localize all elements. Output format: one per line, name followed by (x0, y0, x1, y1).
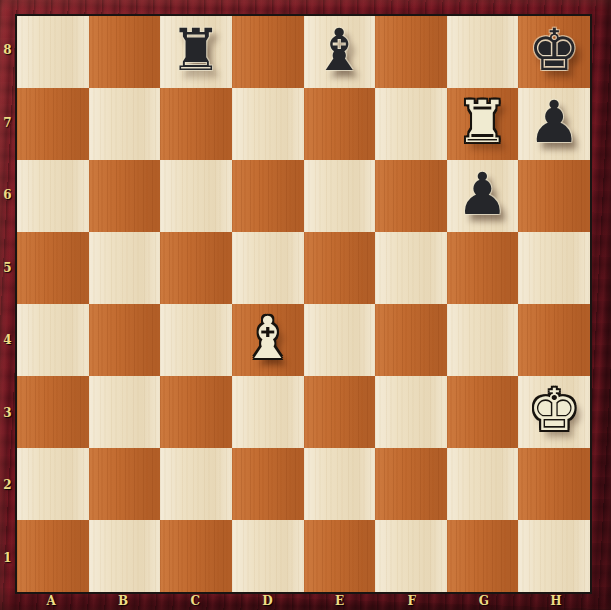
square-f2[interactable] (375, 448, 447, 520)
black-pawn[interactable]: ♟ (457, 165, 509, 223)
black-pawn[interactable]: ♟ (528, 93, 580, 151)
file-label-d: D (231, 592, 303, 610)
square-d8[interactable] (232, 16, 304, 88)
square-a3[interactable] (17, 376, 89, 448)
rank-label-5: 5 (0, 232, 15, 305)
square-a2[interactable] (17, 448, 89, 520)
square-c7[interactable] (160, 88, 232, 160)
black-king[interactable]: ♚ (528, 21, 580, 79)
square-a6[interactable] (17, 160, 89, 232)
rank-label-3: 3 (0, 377, 15, 450)
white-rook[interactable]: ♜ (457, 93, 509, 151)
square-b8[interactable] (89, 16, 161, 88)
rank-label-1: 1 (0, 522, 15, 595)
white-bishop[interactable]: ♝ (242, 309, 294, 367)
square-b1[interactable] (89, 520, 161, 592)
black-rook[interactable]: ♜ (170, 21, 222, 79)
square-d3[interactable] (232, 376, 304, 448)
square-f8[interactable] (375, 16, 447, 88)
square-g1[interactable] (447, 520, 519, 592)
file-label-h: H (520, 592, 592, 610)
square-d7[interactable] (232, 88, 304, 160)
square-g5[interactable] (447, 232, 519, 304)
rank-label-8: 8 (0, 14, 15, 87)
square-d5[interactable] (232, 232, 304, 304)
square-a8[interactable] (17, 16, 89, 88)
rank-label-6: 6 (0, 159, 15, 232)
square-e8[interactable]: ♝ (304, 16, 376, 88)
black-bishop[interactable]: ♝ (313, 21, 365, 79)
square-a5[interactable] (17, 232, 89, 304)
square-b5[interactable] (89, 232, 161, 304)
file-label-c: C (159, 592, 231, 610)
square-b6[interactable] (89, 160, 161, 232)
file-labels: ABCDEFGH (15, 592, 592, 610)
square-c2[interactable] (160, 448, 232, 520)
square-g6[interactable]: ♟ (447, 160, 519, 232)
square-d1[interactable] (232, 520, 304, 592)
square-d6[interactable] (232, 160, 304, 232)
file-label-a: A (15, 592, 87, 610)
square-c6[interactable] (160, 160, 232, 232)
square-f6[interactable] (375, 160, 447, 232)
square-h3[interactable]: ♚ (518, 376, 590, 448)
white-king[interactable]: ♚ (528, 381, 580, 439)
square-h2[interactable] (518, 448, 590, 520)
square-f7[interactable] (375, 88, 447, 160)
square-g3[interactable] (447, 376, 519, 448)
square-g2[interactable] (447, 448, 519, 520)
square-b7[interactable] (89, 88, 161, 160)
rank-label-4: 4 (0, 304, 15, 377)
square-e7[interactable] (304, 88, 376, 160)
rank-labels: 87654321 (0, 14, 15, 594)
square-h5[interactable] (518, 232, 590, 304)
square-e5[interactable] (304, 232, 376, 304)
square-h7[interactable]: ♟ (518, 88, 590, 160)
file-label-e: E (304, 592, 376, 610)
square-g7[interactable]: ♜ (447, 88, 519, 160)
square-e3[interactable] (304, 376, 376, 448)
square-c4[interactable] (160, 304, 232, 376)
square-a4[interactable] (17, 304, 89, 376)
square-f5[interactable] (375, 232, 447, 304)
square-h8[interactable]: ♚ (518, 16, 590, 88)
square-f3[interactable] (375, 376, 447, 448)
square-c1[interactable] (160, 520, 232, 592)
square-a7[interactable] (17, 88, 89, 160)
square-f1[interactable] (375, 520, 447, 592)
square-b4[interactable] (89, 304, 161, 376)
square-d2[interactable] (232, 448, 304, 520)
square-e1[interactable] (304, 520, 376, 592)
square-c3[interactable] (160, 376, 232, 448)
square-h4[interactable] (518, 304, 590, 376)
rank-label-7: 7 (0, 87, 15, 160)
file-label-f: F (376, 592, 448, 610)
square-h6[interactable] (518, 160, 590, 232)
square-g8[interactable] (447, 16, 519, 88)
square-g4[interactable] (447, 304, 519, 376)
square-h1[interactable] (518, 520, 590, 592)
square-a1[interactable] (17, 520, 89, 592)
file-label-g: G (448, 592, 520, 610)
square-d4[interactable]: ♝ (232, 304, 304, 376)
square-f4[interactable] (375, 304, 447, 376)
square-c5[interactable] (160, 232, 232, 304)
square-e2[interactable] (304, 448, 376, 520)
square-e6[interactable] (304, 160, 376, 232)
rank-label-2: 2 (0, 449, 15, 522)
square-e4[interactable] (304, 304, 376, 376)
square-b2[interactable] (89, 448, 161, 520)
square-c8[interactable]: ♜ (160, 16, 232, 88)
chess-board: ♜♝♚♜♟♟♝♚ (15, 14, 592, 594)
chess-board-frame: 87654321 ♜♝♚♜♟♟♝♚ ABCDEFGH (0, 0, 611, 610)
square-b3[interactable] (89, 376, 161, 448)
file-label-b: B (87, 592, 159, 610)
